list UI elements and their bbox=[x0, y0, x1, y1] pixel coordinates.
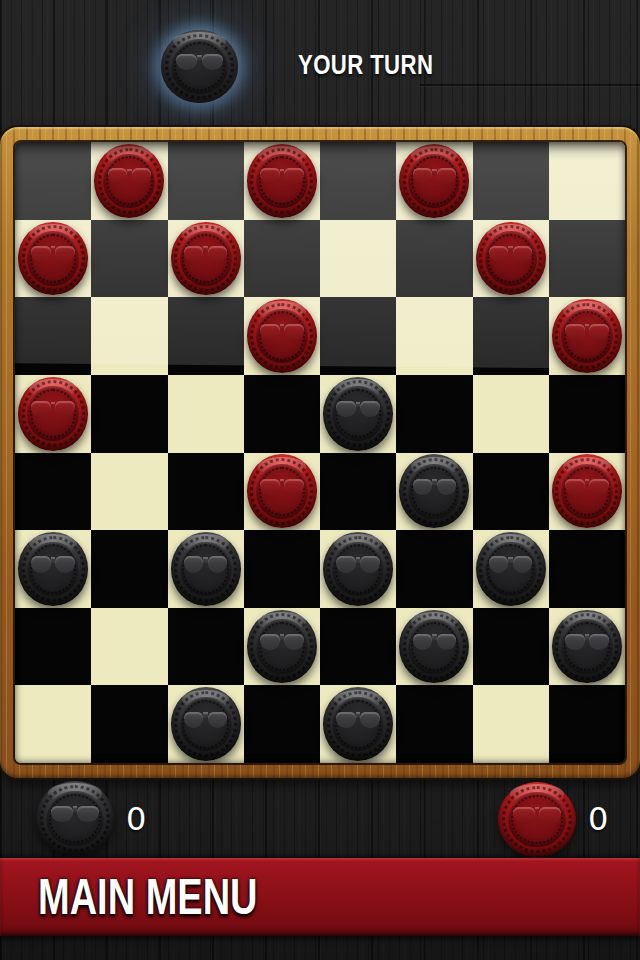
turn-indicator-piece bbox=[161, 30, 238, 103]
board-square[interactable] bbox=[15, 530, 91, 608]
bottom-menu-bar: MAIN MENU ? bbox=[0, 858, 640, 936]
board-square[interactable] bbox=[168, 608, 244, 686]
board-square[interactable] bbox=[168, 453, 244, 531]
main-menu-button[interactable]: MAIN MENU bbox=[38, 858, 258, 936]
board-square[interactable] bbox=[473, 375, 549, 453]
board-square[interactable] bbox=[15, 297, 91, 375]
board-square[interactable] bbox=[15, 685, 91, 763]
board-square[interactable] bbox=[320, 297, 396, 375]
board-square[interactable] bbox=[15, 142, 91, 220]
board-square[interactable] bbox=[244, 297, 320, 375]
red-score-piece-icon bbox=[498, 782, 576, 857]
turn-status-label: YOUR TURN bbox=[298, 50, 433, 81]
red-piece[interactable] bbox=[171, 222, 241, 296]
board-square[interactable] bbox=[320, 142, 396, 220]
board-square[interactable] bbox=[168, 685, 244, 763]
board-square[interactable] bbox=[91, 685, 167, 763]
black-piece[interactable] bbox=[323, 377, 393, 451]
board-square[interactable] bbox=[549, 685, 625, 763]
red-piece[interactable] bbox=[247, 299, 317, 373]
red-piece[interactable] bbox=[498, 782, 576, 857]
board-square[interactable] bbox=[320, 530, 396, 608]
board-square[interactable] bbox=[473, 608, 549, 686]
board-square[interactable] bbox=[320, 375, 396, 453]
board-square[interactable] bbox=[244, 685, 320, 763]
board-square[interactable] bbox=[15, 375, 91, 453]
board-square[interactable] bbox=[168, 375, 244, 453]
board-square[interactable] bbox=[549, 297, 625, 375]
board-square[interactable] bbox=[396, 220, 472, 298]
board-square[interactable] bbox=[396, 375, 472, 453]
board-square[interactable] bbox=[396, 297, 472, 375]
board-square[interactable] bbox=[244, 530, 320, 608]
board-square[interactable] bbox=[549, 453, 625, 531]
board-square[interactable] bbox=[320, 685, 396, 763]
black-score-count: 0 bbox=[126, 800, 146, 838]
board-square[interactable] bbox=[473, 453, 549, 531]
board-square[interactable] bbox=[473, 530, 549, 608]
board-square[interactable] bbox=[549, 220, 625, 298]
board-grid bbox=[15, 142, 625, 763]
red-piece[interactable] bbox=[18, 377, 88, 451]
board-square[interactable] bbox=[396, 453, 472, 531]
board-square[interactable] bbox=[91, 530, 167, 608]
board-square[interactable] bbox=[320, 453, 396, 531]
board-square[interactable] bbox=[168, 530, 244, 608]
black-piece[interactable] bbox=[161, 30, 238, 103]
board-square[interactable] bbox=[244, 142, 320, 220]
black-score-piece-icon bbox=[36, 781, 114, 856]
black-piece[interactable] bbox=[171, 687, 241, 761]
red-piece[interactable] bbox=[476, 222, 546, 296]
board-square[interactable] bbox=[549, 608, 625, 686]
black-piece[interactable] bbox=[552, 610, 622, 684]
black-piece[interactable] bbox=[36, 781, 114, 856]
board-square[interactable] bbox=[473, 685, 549, 763]
app-screen: YOUR TURN 0 0 MAIN MENU ? bbox=[0, 0, 640, 960]
board-square[interactable] bbox=[244, 453, 320, 531]
board-square[interactable] bbox=[91, 297, 167, 375]
red-piece[interactable] bbox=[552, 454, 622, 528]
board-square[interactable] bbox=[91, 142, 167, 220]
black-piece[interactable] bbox=[399, 610, 469, 684]
board-square[interactable] bbox=[168, 220, 244, 298]
board-square[interactable] bbox=[473, 297, 549, 375]
board-square[interactable] bbox=[549, 142, 625, 220]
black-piece[interactable] bbox=[323, 532, 393, 606]
board-square[interactable] bbox=[549, 530, 625, 608]
board-square[interactable] bbox=[91, 220, 167, 298]
black-piece[interactable] bbox=[399, 454, 469, 528]
black-piece[interactable] bbox=[323, 687, 393, 761]
board-square[interactable] bbox=[15, 608, 91, 686]
red-piece[interactable] bbox=[552, 299, 622, 373]
board-square[interactable] bbox=[473, 142, 549, 220]
board-square[interactable] bbox=[396, 530, 472, 608]
board-square[interactable] bbox=[244, 375, 320, 453]
red-piece[interactable] bbox=[18, 222, 88, 296]
board-square[interactable] bbox=[320, 220, 396, 298]
board-square[interactable] bbox=[244, 608, 320, 686]
red-piece[interactable] bbox=[94, 144, 164, 218]
board-square[interactable] bbox=[396, 685, 472, 763]
board-square[interactable] bbox=[91, 608, 167, 686]
black-piece[interactable] bbox=[18, 532, 88, 606]
board-square[interactable] bbox=[168, 142, 244, 220]
red-score-count: 0 bbox=[588, 800, 608, 838]
board-square[interactable] bbox=[473, 220, 549, 298]
board-square[interactable] bbox=[91, 375, 167, 453]
board-square[interactable] bbox=[168, 297, 244, 375]
checkers-board bbox=[15, 142, 625, 763]
black-piece[interactable] bbox=[476, 532, 546, 606]
board-square[interactable] bbox=[320, 608, 396, 686]
black-piece[interactable] bbox=[247, 610, 317, 684]
wood-seam bbox=[420, 84, 640, 86]
red-piece[interactable] bbox=[399, 144, 469, 218]
board-square[interactable] bbox=[396, 142, 472, 220]
red-piece[interactable] bbox=[247, 454, 317, 528]
board-square[interactable] bbox=[15, 220, 91, 298]
board-square[interactable] bbox=[549, 375, 625, 453]
board-square[interactable] bbox=[15, 453, 91, 531]
board-square[interactable] bbox=[91, 453, 167, 531]
board-square[interactable] bbox=[396, 608, 472, 686]
board-square[interactable] bbox=[244, 220, 320, 298]
black-piece[interactable] bbox=[171, 532, 241, 606]
checkers-board-frame bbox=[0, 127, 640, 778]
red-piece[interactable] bbox=[247, 144, 317, 218]
